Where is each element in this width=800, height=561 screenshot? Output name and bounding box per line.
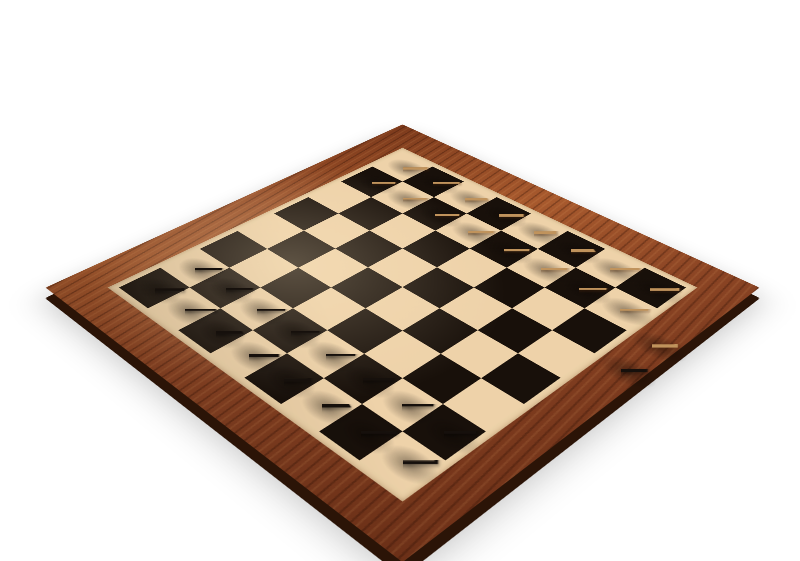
chess-board: ♜♞♝♛♚♝♞♜♟♟♟♟♟♟♟♟♟♟♟♟♟♟♟♟♜♞♝♛♚♝♞♜♛♛ bbox=[45, 124, 759, 561]
chess-set-product-photo: ♜♞♝♛♚♝♞♜♟♟♟♟♟♟♟♟♟♟♟♟♟♟♟♟♜♞♝♛♚♝♞♜♛♛ bbox=[0, 0, 800, 561]
